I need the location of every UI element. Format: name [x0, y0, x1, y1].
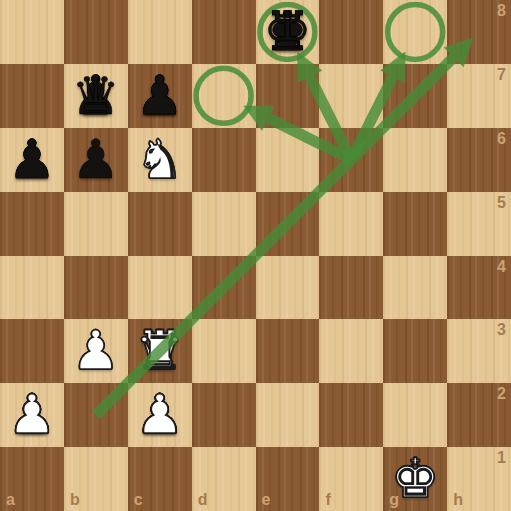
chess-board-screenshot: 8765432abcdefg1h ♜♜♚♝♟♛♟♟♟♟♟♟♞♟♛♜♟♝♟♟♟♟♚ [0, 0, 511, 511]
piece-white-rook-c3[interactable]: ♜ [128, 319, 192, 383]
piece-black-pawn-c7[interactable]: ♟ [128, 64, 192, 128]
piece-white-pawn-a2[interactable]: ♟ [0, 383, 64, 447]
piece-white-king-g1[interactable]: ♚ [383, 447, 447, 511]
piece-black-king-e8[interactable]: ♚ [256, 0, 320, 64]
pieces-layer: ♜♜♚♝♟♛♟♟♟♟♟♟♞♟♛♜♟♝♟♟♟♟♚ [0, 0, 511, 511]
piece-white-knight-c6[interactable]: ♞ [128, 128, 192, 192]
piece-black-pawn-b6[interactable]: ♟ [64, 128, 128, 192]
piece-white-pawn-b3[interactable]: ♟ [64, 319, 128, 383]
piece-black-queen-b7[interactable]: ♛ [64, 64, 128, 128]
piece-white-pawn-c2[interactable]: ♟ [128, 383, 192, 447]
piece-black-pawn-a6[interactable]: ♟ [0, 128, 64, 192]
